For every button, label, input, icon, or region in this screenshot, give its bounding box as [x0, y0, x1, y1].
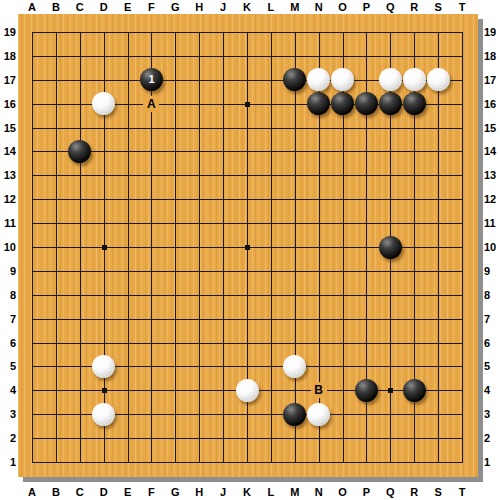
- column-label-bottom: R: [406, 485, 422, 499]
- row-label-right: 10: [484, 240, 499, 254]
- white-stone-S17[interactable]: [427, 68, 450, 91]
- row-label-left: 11: [1, 216, 16, 230]
- star-point-icon: [102, 388, 107, 393]
- row-label-right: 17: [484, 73, 499, 87]
- column-label-bottom: F: [143, 485, 159, 499]
- column-label-top: C: [72, 0, 88, 14]
- column-label-top: T: [454, 0, 470, 14]
- row-label-left: 16: [1, 97, 16, 111]
- row-label-left: 10: [1, 240, 16, 254]
- grid-line-horizontal: [32, 319, 463, 320]
- column-label-top: R: [406, 0, 422, 14]
- row-label-left: 18: [1, 49, 16, 63]
- column-label-top: B: [48, 0, 64, 14]
- grid-line-vertical: [271, 32, 272, 463]
- row-label-left: 14: [1, 144, 16, 158]
- row-label-right: 12: [484, 192, 499, 206]
- column-label-bottom: D: [96, 485, 112, 499]
- row-label-right: 4: [484, 383, 499, 397]
- row-label-right: 16: [484, 97, 499, 111]
- row-label-left: 19: [1, 25, 16, 39]
- black-stone-Q10[interactable]: [379, 236, 402, 259]
- row-label-left: 6: [1, 336, 16, 350]
- column-label-top: L: [263, 0, 279, 14]
- row-label-right: 9: [484, 264, 499, 278]
- column-label-top: D: [96, 0, 112, 14]
- column-label-bottom: C: [72, 485, 88, 499]
- grid-line-horizontal: [32, 462, 463, 463]
- grid-line-horizontal: [32, 438, 463, 439]
- row-label-right: 1: [484, 455, 499, 469]
- grid-line-horizontal: [32, 271, 463, 272]
- column-label-bottom: H: [191, 485, 207, 499]
- column-label-top: Q: [382, 0, 398, 14]
- white-stone-Q17[interactable]: [379, 68, 402, 91]
- column-label-top: N: [311, 0, 327, 14]
- column-label-top: M: [287, 0, 303, 14]
- row-label-left: 3: [1, 407, 16, 421]
- white-stone-K4[interactable]: [236, 379, 259, 402]
- white-stone-N3[interactable]: [307, 403, 330, 426]
- star-point-icon: [245, 245, 250, 250]
- grid-line-horizontal: [32, 343, 463, 344]
- row-label-left: 2: [1, 431, 16, 445]
- row-label-right: 19: [484, 25, 499, 39]
- column-label-bottom: P: [358, 485, 374, 499]
- row-label-right: 3: [484, 407, 499, 421]
- column-label-bottom: G: [167, 485, 183, 499]
- star-point-icon: [388, 388, 393, 393]
- white-stone-D5[interactable]: [92, 355, 115, 378]
- row-label-left: 12: [1, 192, 16, 206]
- row-label-right: 6: [484, 336, 499, 350]
- star-point-icon: [102, 245, 107, 250]
- row-label-left: 8: [1, 288, 16, 302]
- column-label-top: O: [335, 0, 351, 14]
- row-label-left: 5: [1, 359, 16, 373]
- column-label-top: E: [120, 0, 136, 14]
- grid-line-vertical: [462, 32, 463, 463]
- point-annotation-B[interactable]: B: [311, 382, 327, 398]
- row-label-right: 8: [484, 288, 499, 302]
- point-annotation-A[interactable]: A: [143, 96, 159, 112]
- grid-line-vertical: [438, 32, 439, 463]
- row-label-right: 7: [484, 312, 499, 326]
- column-label-top: P: [358, 0, 374, 14]
- column-label-top: K: [239, 0, 255, 14]
- column-label-top: A: [24, 0, 40, 14]
- row-label-right: 15: [484, 121, 499, 135]
- column-label-top: G: [167, 0, 183, 14]
- row-label-right: 14: [484, 144, 499, 158]
- row-label-left: 17: [1, 73, 16, 87]
- row-label-left: 7: [1, 312, 16, 326]
- row-label-left: 13: [1, 168, 16, 182]
- grid-line-horizontal: [32, 295, 463, 296]
- column-label-top: J: [215, 0, 231, 14]
- white-stone-D3[interactable]: [92, 403, 115, 426]
- column-label-top: S: [430, 0, 446, 14]
- column-label-top: F: [143, 0, 159, 14]
- column-label-bottom: N: [311, 485, 327, 499]
- white-stone-R17[interactable]: [403, 68, 426, 91]
- star-point-icon: [245, 102, 250, 107]
- black-stone-R4[interactable]: [403, 379, 426, 402]
- column-label-bottom: L: [263, 485, 279, 499]
- black-stone-P4[interactable]: [355, 379, 378, 402]
- column-label-top: H: [191, 0, 207, 14]
- column-label-bottom: E: [120, 485, 136, 499]
- row-label-left: 15: [1, 121, 16, 135]
- black-stone-P16[interactable]: [355, 92, 378, 115]
- row-label-right: 11: [484, 216, 499, 230]
- column-label-bottom: J: [215, 485, 231, 499]
- column-label-bottom: B: [48, 485, 64, 499]
- row-label-right: 2: [484, 431, 499, 445]
- row-label-right: 5: [484, 359, 499, 373]
- row-label-right: 13: [484, 168, 499, 182]
- black-stone-Q16[interactable]: [379, 92, 402, 115]
- column-label-bottom: S: [430, 485, 446, 499]
- row-label-right: 18: [484, 49, 499, 63]
- go-diagram: AABBCCDDEEFFGGHHJJKKLLMMNNOOPPQQRRSSTT19…: [0, 0, 500, 500]
- grid-line-vertical: [295, 32, 296, 463]
- black-stone-R16[interactable]: [403, 92, 426, 115]
- black-stone-M3[interactable]: [283, 403, 306, 426]
- column-label-bottom: O: [335, 485, 351, 499]
- row-label-left: 9: [1, 264, 16, 278]
- row-label-left: 1: [1, 455, 16, 469]
- row-label-left: 4: [1, 383, 16, 397]
- column-label-bottom: Q: [382, 485, 398, 499]
- column-label-bottom: M: [287, 485, 303, 499]
- column-label-bottom: A: [24, 485, 40, 499]
- column-label-bottom: K: [239, 485, 255, 499]
- move-number-label: 1: [148, 74, 154, 85]
- column-label-bottom: T: [454, 485, 470, 499]
